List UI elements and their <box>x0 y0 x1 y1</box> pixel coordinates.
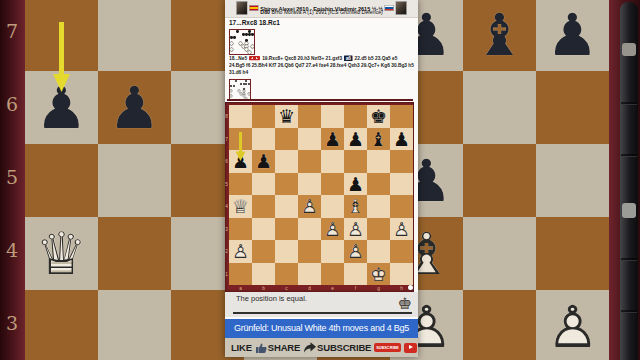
game-header: Shirov,Alexei 2610 - Epishin,Vladimir 26… <box>225 0 418 18</box>
rank-label-4: 4 <box>0 239 24 261</box>
move-list: 18...Ne519.Rxc8+ Qxc8 20.h3 Nxf3+ 21.gxf… <box>229 55 414 75</box>
piece-white-pawn: ♟ <box>536 290 609 360</box>
rank-label-6: 6 <box>0 93 24 115</box>
opening-name: [ICS Grünfeld Defence] <box>328 9 382 15</box>
piece-black-pawn: ♟ <box>321 128 344 151</box>
square-h5 <box>390 173 413 196</box>
scrollbar-thumb[interactable] <box>622 203 636 218</box>
square-f4: ♝♗ <box>344 195 367 218</box>
red-annotation-marker <box>249 56 260 61</box>
square-a5 <box>25 144 98 217</box>
square-f2: ♟♙ <box>344 240 367 263</box>
piece-black-king: ♚ <box>367 105 390 128</box>
square-f1 <box>344 263 367 286</box>
square-g4 <box>367 195 390 218</box>
square-g6 <box>367 150 390 173</box>
square-g1: ♚♔ <box>367 263 390 286</box>
square-b2 <box>252 240 275 263</box>
square-g6 <box>463 71 536 144</box>
mainline-moves[interactable]: 17...Rxc8 18.Rc1 <box>229 19 419 27</box>
square-d6 <box>298 150 321 173</box>
piece-white-king: ♚ <box>367 263 390 286</box>
square-e2 <box>321 240 344 263</box>
piece-white-queen: ♛ <box>25 217 98 290</box>
square-a3 <box>229 218 252 241</box>
piece-white-bishop: ♝ <box>344 195 367 218</box>
square-c2 <box>275 240 298 263</box>
diagram-board-grid: ♛♚♟♟♝♟♟♟♟♛♕♟♙♝♗♟♙♟♙♟♙♟♙♟♙♚♔ <box>229 105 413 285</box>
square-g7: ♝ <box>367 128 390 151</box>
square-e3: ♟♙ <box>321 218 344 241</box>
square-e5 <box>321 173 344 196</box>
event-line: D80 Brno Morava A (1) 1991 [ICS Grünfeld… <box>225 9 418 15</box>
square-c4 <box>275 195 298 218</box>
white-to-move-indicator <box>408 285 413 290</box>
square-b6: ♟ <box>252 150 275 173</box>
square-d7 <box>298 128 321 151</box>
piece-black-bishop: ♝ <box>463 0 536 71</box>
square-a8 <box>229 105 252 128</box>
eco-code: D80 <box>260 9 270 15</box>
square-a3 <box>25 290 98 360</box>
piece-black-pawn: ♟ <box>344 173 367 196</box>
background-board-frame-right <box>609 0 640 360</box>
event-text: Brno Morava A (1) 1991 <box>271 9 326 15</box>
square-g5 <box>367 173 390 196</box>
square-f3: ♟♙ <box>344 218 367 241</box>
piece-white-pawn: ♟ <box>298 195 321 218</box>
piece-white-pawn: ♟ <box>229 240 252 263</box>
square-h6 <box>536 71 609 144</box>
square-h6 <box>390 150 413 173</box>
square-b7 <box>252 128 275 151</box>
square-a4: ♛♕ <box>25 217 98 290</box>
chess-diagram: 87654321 ♛♚♟♟♝♟♟♟♟♛♕♟♙♝♗♟♙♟♙♟♙♟♙♟♙♚♔ abc… <box>225 102 414 292</box>
square-f5: ♟ <box>344 173 367 196</box>
youtube-icon[interactable] <box>404 343 417 353</box>
square-h4 <box>536 217 609 290</box>
square-b5 <box>98 144 171 217</box>
square-h4 <box>390 195 413 218</box>
square-h3: ♟♙ <box>536 290 609 360</box>
square-b4 <box>98 217 171 290</box>
square-c8: ♛ <box>275 105 298 128</box>
square-g8: ♚ <box>367 105 390 128</box>
square-a1 <box>229 263 252 286</box>
background-board-frame-left: 76543 <box>0 0 25 360</box>
square-d8 <box>298 105 321 128</box>
square-g5 <box>463 144 536 217</box>
square-h7: ♟ <box>390 128 413 151</box>
square-c7 <box>275 128 298 151</box>
piece-white-pawn: ♟ <box>344 218 367 241</box>
square-c3 <box>275 218 298 241</box>
evaluation-text: The position is equal. <box>236 294 307 303</box>
share-arrow-icon <box>303 342 317 353</box>
rank-label-5: 5 <box>0 166 24 188</box>
square-b5 <box>252 173 275 196</box>
notation-diagram-thumbnail-2 <box>229 79 251 101</box>
piece-white-queen: ♛ <box>229 195 252 218</box>
video-frame: ♛♚♟♟♝♟♟♟♟♛♕♟♙♝♗♟♙♟♙♟♙♟♙♟♙♚♔ 76543 Shirov… <box>0 0 640 360</box>
square-b4 <box>252 195 275 218</box>
square-a5 <box>229 173 252 196</box>
square-e7: ♟ <box>321 128 344 151</box>
square-c5 <box>275 173 298 196</box>
subscribe-button[interactable]: SUBSCRIBE SUBSCRIBE <box>317 342 417 353</box>
chess-king-icon: ♚♔ <box>397 293 413 313</box>
piece-black-pawn: ♟ <box>98 71 171 144</box>
square-g2 <box>367 240 390 263</box>
separator-line <box>227 99 413 101</box>
thumbs-up-icon <box>255 342 268 354</box>
square-h1 <box>390 263 413 286</box>
square-e6 <box>321 150 344 173</box>
square-g7: ♝ <box>463 0 536 71</box>
subscribe-pill-button[interactable]: SUBSCRIBE <box>374 343 401 352</box>
square-d3 <box>298 218 321 241</box>
move-arrow-a7-a6 <box>233 130 249 168</box>
square-d5 <box>298 173 321 196</box>
square-e4 <box>321 195 344 218</box>
square-a2: ♟♙ <box>229 240 252 263</box>
square-d2 <box>298 240 321 263</box>
square-b3 <box>252 218 275 241</box>
move-token[interactable]: 18...Ne5 <box>229 56 247 62</box>
square-b7 <box>98 0 171 71</box>
share-button[interactable]: SHARE <box>268 342 317 353</box>
piece-white-pawn: ♟ <box>390 218 413 241</box>
video-title-banner: Grünfeld: Unusual White 4th moves and 4 … <box>225 319 418 338</box>
square-e1 <box>321 263 344 286</box>
social-bar: LIKE SHARE SUBSCRIBE SUBSCRIBE <box>225 338 418 357</box>
current-move-highlight[interactable]: a6 <box>344 56 352 62</box>
square-h5 <box>536 144 609 217</box>
square-c1 <box>275 263 298 286</box>
diagram-file-labels: abcdefgh <box>229 285 413 291</box>
right-panel-scrollbar[interactable] <box>620 2 638 360</box>
underline <box>233 312 412 314</box>
piece-black-queen: ♛ <box>275 105 298 128</box>
square-d4: ♟♙ <box>298 195 321 218</box>
piece-black-pawn: ♟ <box>344 128 367 151</box>
square-a4: ♛♕ <box>229 195 252 218</box>
square-f8 <box>344 105 367 128</box>
square-b6: ♟ <box>98 71 171 144</box>
piece-black-pawn: ♟ <box>390 128 413 151</box>
square-h3: ♟♙ <box>390 218 413 241</box>
piece-black-pawn: ♟ <box>252 150 275 173</box>
square-f6 <box>344 150 367 173</box>
square-b8 <box>252 105 275 128</box>
square-b3 <box>98 290 171 360</box>
rank-label-3: 3 <box>0 312 24 334</box>
move-token[interactable]: 19.Rxc8+ Qxc8 20.h3 Nxf3+ 21.gxf3 <box>262 56 342 62</box>
piece-black-pawn: ♟ <box>536 0 609 71</box>
square-e8 <box>321 105 344 128</box>
square-g4 <box>463 217 536 290</box>
rank-label-7: 7 <box>0 20 24 42</box>
square-g3 <box>367 218 390 241</box>
move-arrow-a7-a6 <box>50 18 74 102</box>
notation-diagram-thumbnail-1 <box>229 29 255 55</box>
square-c6 <box>275 150 298 173</box>
like-button[interactable]: LIKE <box>231 342 268 354</box>
square-h2 <box>390 240 413 263</box>
square-g3 <box>463 290 536 360</box>
square-f7: ♟ <box>344 128 367 151</box>
square-h7: ♟ <box>536 0 609 71</box>
square-b1 <box>252 263 275 286</box>
analysis-panel: Shirov,Alexei 2610 - Epishin,Vladimir 26… <box>225 0 418 357</box>
square-h8 <box>390 105 413 128</box>
piece-black-bishop: ♝ <box>367 128 390 151</box>
piece-white-pawn: ♟ <box>344 240 367 263</box>
square-d1 <box>298 263 321 286</box>
evaluation-box: The position is equal. ♚♔ <box>225 292 418 317</box>
square-h1 <box>251 51 254 54</box>
scrollbar-cap[interactable] <box>622 43 636 56</box>
piece-white-pawn: ♟ <box>321 218 344 241</box>
